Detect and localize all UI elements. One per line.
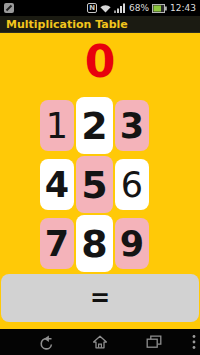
key-2[interactable]: 2 [76,97,113,154]
back-icon[interactable] [38,334,55,350]
app-notification-icon [4,3,14,13]
page-title: Multiplication Table [6,18,128,31]
main-area: 0 1 2 3 4 5 6 7 8 9 = [0,33,200,329]
number-keypad: 1 2 3 4 5 6 7 8 9 [40,96,149,273]
navigation-bar [0,329,200,355]
key-9[interactable]: 9 [115,218,149,269]
nfc-icon: N [87,3,97,13]
battery-icon [152,4,167,13]
signal-icon [114,3,126,13]
equals-button[interactable]: = [1,274,199,322]
home-icon[interactable] [92,335,108,350]
key-4[interactable]: 4 [40,159,74,210]
wifi-icon [100,4,111,13]
title-bar: Multiplication Table [0,16,200,33]
key-8[interactable]: 8 [76,215,113,272]
result-display: 0 [0,42,200,82]
key-5[interactable]: 5 [76,156,113,213]
recents-icon[interactable] [146,335,162,349]
clock: 12:43 [170,0,196,16]
key-7[interactable]: 7 [40,218,74,269]
battery-percent: 68% [129,0,149,16]
key-3[interactable]: 3 [115,100,149,151]
key-6[interactable]: 6 [115,159,149,210]
menu-icon[interactable] [191,334,197,350]
app-screen: N 68% 12:43 Multiplication Table 0 1 2 3… [0,0,200,355]
status-bar: N 68% 12:43 [0,0,200,16]
key-1[interactable]: 1 [40,100,74,151]
